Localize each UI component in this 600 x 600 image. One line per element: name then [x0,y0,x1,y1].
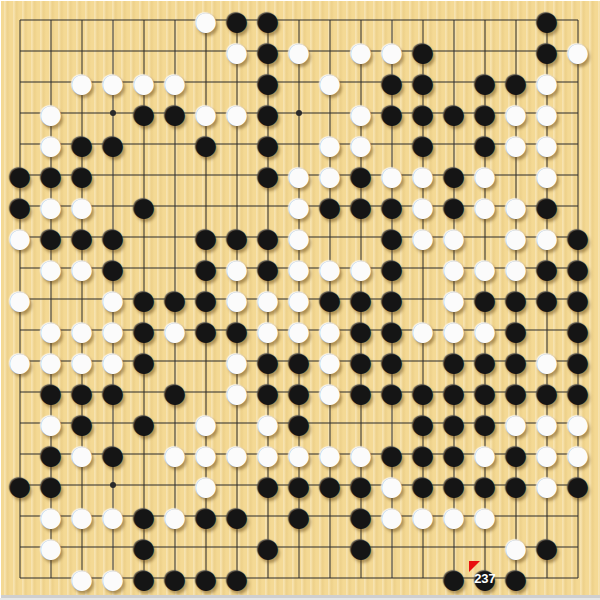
white-stone[interactable]: ● [530,468,564,502]
white-stone[interactable]: ● [220,437,254,471]
black-stone[interactable]: ● [96,437,130,471]
white-stone[interactable]: ● [3,344,37,378]
black-stone[interactable]: ● [375,96,409,130]
white-stone[interactable]: ● [158,499,192,533]
white-stone[interactable]: ● [158,437,192,471]
black-stone[interactable]: ● [127,344,161,378]
white-stone[interactable]: ● [34,530,68,564]
window-edge [1,595,600,598]
black-stone[interactable]: ● [375,375,409,409]
black-stone[interactable]: ● [499,468,533,502]
white-stone[interactable]: ● [468,189,502,223]
star-point [110,110,116,116]
white-stone[interactable]: ● [406,499,440,533]
white-stone[interactable]: ● [468,499,502,533]
white-stone[interactable]: ● [96,499,130,533]
black-stone[interactable]: ● [344,375,378,409]
black-stone[interactable]: ● [530,530,564,564]
black-stone[interactable]: ● [189,127,223,161]
black-stone[interactable]: ● [251,158,285,192]
black-stone[interactable]: ● [3,468,37,502]
black-stone[interactable]: ● [127,561,161,595]
black-stone[interactable]: ● [220,499,254,533]
black-stone[interactable]: ● [344,530,378,564]
last-move-marker-icon [469,561,480,572]
white-stone[interactable]: ● [437,499,471,533]
black-stone[interactable]: ● [530,282,564,316]
white-stone[interactable]: ● [406,313,440,347]
black-stone[interactable]: ● [96,127,130,161]
black-stone[interactable]: ● [127,406,161,440]
white-stone[interactable]: ● [65,561,99,595]
white-stone[interactable]: ● [313,65,347,99]
white-stone[interactable]: ● [220,34,254,68]
black-stone[interactable]: ● [251,530,285,564]
black-stone[interactable]: ● [437,96,471,130]
black-stone[interactable]: ● [499,561,533,595]
black-stone[interactable]: ● [220,561,254,595]
star-point [296,110,302,116]
black-stone[interactable]: ● [127,96,161,130]
white-stone[interactable]: ● [96,561,130,595]
black-stone[interactable]: ● [437,561,471,595]
black-stone[interactable]: ● [158,561,192,595]
white-stone[interactable]: ● [65,437,99,471]
white-stone[interactable]: ● [561,34,595,68]
white-stone[interactable]: ● [220,96,254,130]
black-stone[interactable]: ● [158,375,192,409]
black-stone[interactable]: ● [158,96,192,130]
black-stone[interactable]: ● [189,313,223,347]
black-stone[interactable]: ● [561,468,595,502]
white-stone[interactable]: ● [220,375,254,409]
white-stone[interactable]: ● [158,313,192,347]
white-stone[interactable]: ● [65,65,99,99]
white-stone[interactable]: ● [65,251,99,285]
white-stone[interactable]: ● [282,34,316,68]
white-stone[interactable]: ● [499,127,533,161]
black-stone[interactable]: ● [313,189,347,223]
black-stone[interactable]: ● [313,468,347,502]
black-stone[interactable]: ● [282,499,316,533]
star-point [110,482,116,488]
white-stone[interactable]: ● [3,220,37,254]
black-stone[interactable]: ● [189,499,223,533]
white-stone[interactable]: ● [313,375,347,409]
black-stone[interactable]: ● [251,468,285,502]
black-stone[interactable]: ● [344,189,378,223]
white-stone[interactable]: ● [96,65,130,99]
white-stone[interactable]: ● [189,3,223,37]
go-board[interactable]: ●●●●●●●●●●●●●●●●●●●●●●●●●●●●●●●●●●●●●●●●… [0,0,600,598]
black-stone[interactable]: ● [96,375,130,409]
white-stone[interactable]: ● [3,282,37,316]
black-stone[interactable]: ● [189,561,223,595]
white-stone[interactable]: ● [65,499,99,533]
black-stone[interactable]: ● [127,189,161,223]
white-stone[interactable]: ● [375,499,409,533]
white-stone[interactable]: ● [34,251,68,285]
white-stone[interactable]: ● [406,220,440,254]
white-stone[interactable]: ● [344,34,378,68]
